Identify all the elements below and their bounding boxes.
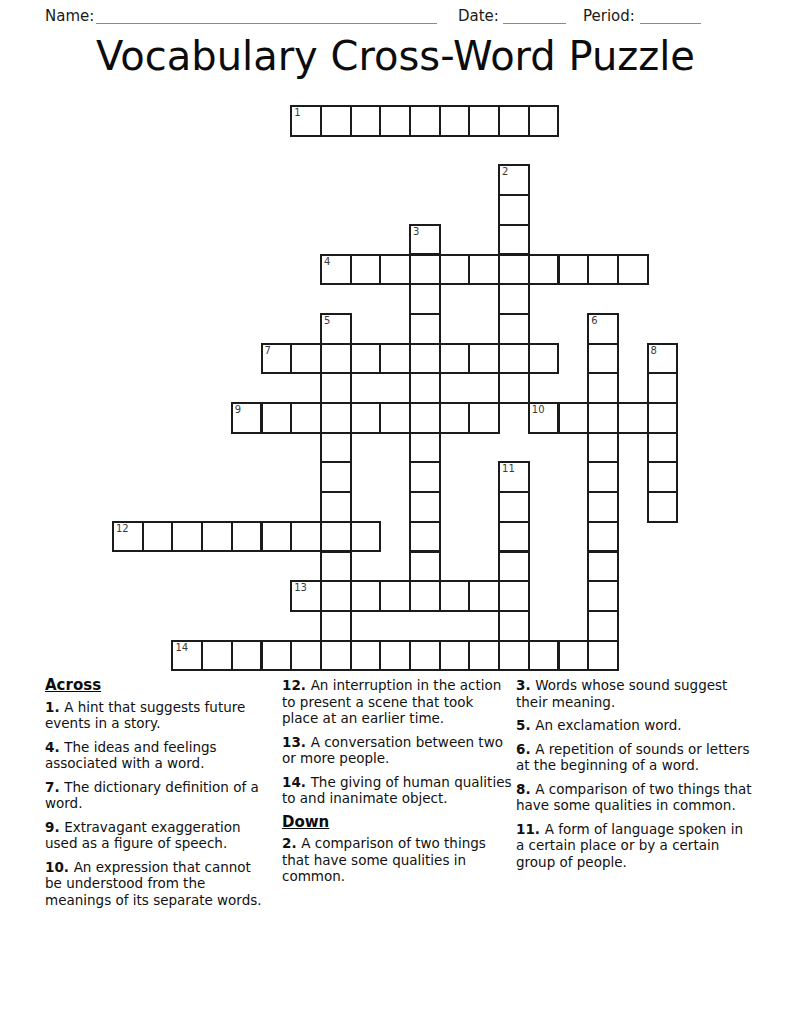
period-blank-line[interactable] bbox=[640, 6, 701, 24]
crossword-cell[interactable] bbox=[320, 551, 352, 583]
clue-column-2: 12. An interruption in the action to pre… bbox=[282, 677, 513, 892]
crossword-cell[interactable] bbox=[409, 105, 441, 137]
crossword-cell[interactable] bbox=[379, 105, 411, 137]
clue-10: 10. An expression that cannot be underst… bbox=[45, 859, 263, 909]
crossword-cell[interactable]: 13 bbox=[290, 580, 322, 612]
clue-7: 7. The dictionary definition of a word. bbox=[45, 779, 263, 812]
crossword-cell[interactable]: 8 bbox=[647, 343, 679, 375]
clue-number: 12. bbox=[282, 677, 311, 693]
crossword-cell[interactable] bbox=[379, 402, 411, 434]
crossword-cell[interactable]: 9 bbox=[231, 402, 263, 434]
crossword-cell[interactable] bbox=[231, 521, 263, 553]
crossword-cell[interactable] bbox=[498, 283, 530, 315]
crossword-cell[interactable]: 6 bbox=[587, 313, 619, 345]
clue-13: 13. A conversation between two or more p… bbox=[282, 734, 513, 767]
crossword-cell[interactable] bbox=[498, 313, 530, 345]
crossword-cell[interactable] bbox=[409, 402, 441, 434]
crossword-cell[interactable] bbox=[468, 254, 500, 286]
crossword-cell[interactable] bbox=[320, 491, 352, 523]
crossword-cell[interactable]: 2 bbox=[498, 164, 530, 196]
crossword-cell[interactable] bbox=[350, 580, 382, 612]
crossword-cell[interactable] bbox=[468, 343, 500, 375]
crossword-cell[interactable] bbox=[409, 343, 441, 375]
crossword-cell[interactable] bbox=[498, 640, 530, 672]
worksheet-page: Name: Date: Period: Vocabulary Cross-Wor… bbox=[0, 0, 791, 1024]
crossword-cell[interactable] bbox=[439, 105, 471, 137]
crossword-cell[interactable] bbox=[350, 105, 382, 137]
crossword-cell[interactable] bbox=[409, 254, 441, 286]
clue-3: 3. Words whose sound suggest their meani… bbox=[516, 677, 752, 710]
crossword-cell[interactable] bbox=[409, 521, 441, 553]
crossword-cell[interactable] bbox=[647, 402, 679, 434]
crossword-cell[interactable]: 10 bbox=[528, 402, 560, 434]
crossword-cell[interactable] bbox=[498, 491, 530, 523]
crossword-cell[interactable] bbox=[201, 521, 233, 553]
crossword-cell[interactable] bbox=[468, 105, 500, 137]
crossword-cell[interactable] bbox=[350, 402, 382, 434]
cell-number: 3 bbox=[413, 226, 419, 237]
crossword-cell[interactable] bbox=[409, 432, 441, 464]
clue-number: 8. bbox=[516, 781, 535, 797]
clue-number: 14. bbox=[282, 774, 311, 790]
crossword-cell[interactable]: 14 bbox=[171, 640, 203, 672]
down-clues-header: Down bbox=[282, 814, 513, 831]
cell-number: 10 bbox=[532, 404, 545, 415]
clue-column-3: 3. Words whose sound suggest their meani… bbox=[516, 677, 752, 877]
cell-number: 12 bbox=[116, 523, 129, 534]
across-clues-header: Across bbox=[45, 677, 263, 694]
clue-2: 2. A comparison of two things that have … bbox=[282, 835, 513, 885]
crossword-cell[interactable] bbox=[409, 372, 441, 404]
crossword-board: 1234567891011121314 bbox=[112, 105, 679, 672]
crossword-cell[interactable] bbox=[409, 551, 441, 583]
crossword-cell[interactable] bbox=[290, 640, 322, 672]
crossword-cell[interactable]: 3 bbox=[409, 224, 441, 256]
crossword-cell[interactable] bbox=[350, 343, 382, 375]
crossword-cell[interactable] bbox=[290, 343, 322, 375]
crossword-cell[interactable] bbox=[409, 283, 441, 315]
crossword-cell[interactable] bbox=[587, 432, 619, 464]
crossword-cell[interactable] bbox=[261, 402, 293, 434]
worksheet-header: Name: Date: Period: bbox=[0, 4, 791, 30]
crossword-cell[interactable]: 11 bbox=[498, 461, 530, 493]
crossword-cell[interactable] bbox=[320, 432, 352, 464]
crossword-cell[interactable] bbox=[468, 580, 500, 612]
crossword-cell[interactable] bbox=[498, 224, 530, 256]
crossword-cell[interactable] bbox=[350, 640, 382, 672]
cell-number: 5 bbox=[324, 315, 330, 326]
crossword-cell[interactable] bbox=[498, 551, 530, 583]
crossword-cell[interactable] bbox=[498, 521, 530, 553]
clue-9: 9. Extravagant exaggeration used as a fi… bbox=[45, 819, 263, 852]
name-blank-line[interactable] bbox=[96, 6, 437, 24]
crossword-cell[interactable] bbox=[350, 254, 382, 286]
clue-number: 2. bbox=[282, 835, 301, 851]
crossword-cell[interactable] bbox=[528, 343, 560, 375]
cell-number: 9 bbox=[235, 404, 241, 415]
crossword-cell[interactable] bbox=[171, 521, 203, 553]
crossword-cell[interactable] bbox=[498, 254, 530, 286]
clue-14: 14. The giving of human qualities to and… bbox=[282, 774, 513, 807]
crossword-cell[interactable] bbox=[587, 402, 619, 434]
crossword-cell[interactable] bbox=[587, 551, 619, 583]
clue-6: 6. A repetition of sounds or letters at … bbox=[516, 741, 752, 774]
crossword-cell[interactable] bbox=[647, 461, 679, 493]
date-label: Date: bbox=[458, 7, 499, 25]
crossword-cell[interactable] bbox=[409, 313, 441, 345]
crossword-cell[interactable]: 4 bbox=[320, 254, 352, 286]
clue-4: 4. The ideas and feelings associated wit… bbox=[45, 739, 263, 772]
crossword-cell[interactable] bbox=[439, 640, 471, 672]
crossword-cell[interactable] bbox=[528, 254, 560, 286]
cell-number: 7 bbox=[265, 345, 271, 356]
crossword-cell[interactable] bbox=[320, 343, 352, 375]
crossword-cell[interactable] bbox=[498, 343, 530, 375]
clue-column-1: Across1. A hint that suggests future eve… bbox=[45, 677, 263, 915]
crossword-cell[interactable] bbox=[379, 254, 411, 286]
crossword-cell[interactable] bbox=[587, 372, 619, 404]
crossword-cell[interactable]: 12 bbox=[112, 521, 144, 553]
crossword-cell[interactable] bbox=[498, 372, 530, 404]
crossword-cell[interactable] bbox=[261, 640, 293, 672]
crossword-cell[interactable] bbox=[439, 343, 471, 375]
clue-number: 4. bbox=[45, 739, 64, 755]
crossword-cell[interactable] bbox=[350, 521, 382, 553]
crossword-cell[interactable] bbox=[320, 372, 352, 404]
crossword-cell[interactable] bbox=[409, 580, 441, 612]
cell-number: 1 bbox=[294, 107, 300, 118]
crossword-cell[interactable] bbox=[647, 432, 679, 464]
crossword-cell[interactable] bbox=[498, 610, 530, 642]
clue-number: 3. bbox=[516, 677, 535, 693]
crossword-cell[interactable] bbox=[558, 402, 590, 434]
crossword-cell[interactable] bbox=[528, 105, 560, 137]
crossword-cell[interactable] bbox=[409, 640, 441, 672]
crossword-cell[interactable] bbox=[320, 610, 352, 642]
crossword-cell[interactable] bbox=[201, 640, 233, 672]
cell-number: 6 bbox=[591, 315, 597, 326]
crossword-cell[interactable] bbox=[379, 343, 411, 375]
clue-number: 7. bbox=[45, 779, 64, 795]
crossword-cell[interactable] bbox=[439, 254, 471, 286]
crossword-cell[interactable] bbox=[558, 640, 590, 672]
crossword-cell[interactable] bbox=[320, 105, 352, 137]
clue-11: 11. A form of language spoken in a certa… bbox=[516, 821, 752, 871]
cell-number: 2 bbox=[502, 166, 508, 177]
cell-number: 8 bbox=[651, 345, 657, 356]
crossword-cell[interactable] bbox=[587, 343, 619, 375]
crossword-cell[interactable] bbox=[587, 461, 619, 493]
clue-number: 9. bbox=[45, 819, 64, 835]
crossword-cell[interactable] bbox=[320, 461, 352, 493]
cell-number: 11 bbox=[502, 463, 515, 474]
crossword-cell[interactable] bbox=[290, 521, 322, 553]
clue-number: 13. bbox=[282, 734, 311, 750]
crossword-cell[interactable] bbox=[320, 580, 352, 612]
clue-number: 6. bbox=[516, 741, 535, 757]
clue-number: 1. bbox=[45, 699, 64, 715]
clue-number: 5. bbox=[516, 717, 535, 733]
clue-12: 12. An interruption in the action to pre… bbox=[282, 677, 513, 727]
cell-number: 13 bbox=[294, 582, 307, 593]
clue-5: 5. An exclamation word. bbox=[516, 717, 752, 734]
crossword-cell[interactable] bbox=[468, 640, 500, 672]
crossword-cell[interactable] bbox=[587, 580, 619, 612]
crossword-cell[interactable] bbox=[587, 491, 619, 523]
period-label: Period: bbox=[583, 7, 635, 25]
crossword-cell[interactable] bbox=[409, 491, 441, 523]
crossword-cell[interactable] bbox=[142, 521, 174, 553]
crossword-cell[interactable] bbox=[587, 640, 619, 672]
crossword-cell[interactable] bbox=[290, 402, 322, 434]
crossword-cell[interactable]: 5 bbox=[320, 313, 352, 345]
date-blank-line[interactable] bbox=[503, 6, 566, 24]
crossword-cell[interactable] bbox=[439, 580, 471, 612]
crossword-cell[interactable] bbox=[617, 254, 649, 286]
crossword-cell[interactable] bbox=[261, 521, 293, 553]
page-title: Vocabulary Cross-Word Puzzle bbox=[0, 33, 791, 79]
crossword-cell[interactable] bbox=[231, 640, 263, 672]
crossword-cell[interactable]: 7 bbox=[261, 343, 293, 375]
clue-number: 11. bbox=[516, 821, 545, 837]
crossword-cell[interactable] bbox=[647, 491, 679, 523]
crossword-cell[interactable] bbox=[379, 580, 411, 612]
crossword-cell[interactable] bbox=[587, 610, 619, 642]
crossword-cell[interactable] bbox=[439, 402, 471, 434]
clue-8: 8. A comparison of two things that have … bbox=[516, 781, 752, 814]
cell-number: 4 bbox=[324, 256, 330, 267]
crossword-cell[interactable]: 1 bbox=[290, 105, 322, 137]
crossword-cell[interactable] bbox=[647, 372, 679, 404]
crossword-cell[interactable] bbox=[320, 521, 352, 553]
crossword-cell[interactable] bbox=[587, 254, 619, 286]
crossword-cell[interactable] bbox=[617, 402, 649, 434]
crossword-cell[interactable] bbox=[468, 402, 500, 434]
crossword-cell[interactable] bbox=[587, 521, 619, 553]
name-label: Name: bbox=[45, 7, 94, 25]
cell-number: 14 bbox=[175, 642, 188, 653]
clue-1: 1. A hint that suggests future events in… bbox=[45, 699, 263, 732]
crossword-cell[interactable] bbox=[379, 640, 411, 672]
crossword-cell[interactable] bbox=[320, 640, 352, 672]
crossword-cell[interactable] bbox=[558, 254, 590, 286]
crossword-cell[interactable] bbox=[528, 640, 560, 672]
crossword-cell[interactable] bbox=[498, 194, 530, 226]
crossword-cell[interactable] bbox=[498, 105, 530, 137]
clue-number: 10. bbox=[45, 859, 74, 875]
crossword-cell[interactable] bbox=[320, 402, 352, 434]
crossword-cell[interactable] bbox=[498, 580, 530, 612]
crossword-cell[interactable] bbox=[409, 461, 441, 493]
